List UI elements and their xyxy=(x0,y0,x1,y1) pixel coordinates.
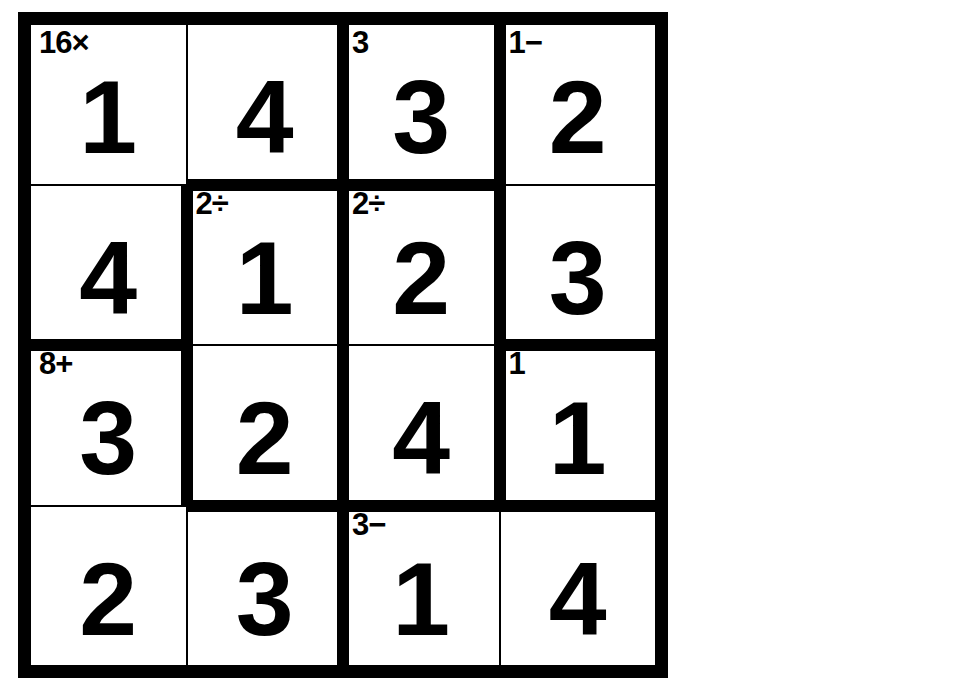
cell-value: 2 xyxy=(549,65,607,169)
cage-clue: 16× xyxy=(39,25,89,61)
cell-value: 1 xyxy=(79,65,137,169)
cell-value: 2 xyxy=(236,386,294,490)
cell-r3c2[interactable]: 3−1 xyxy=(343,506,500,667)
cage-clue: 3 xyxy=(352,25,368,61)
cage-clue: 3− xyxy=(352,507,385,543)
cell-value: 3 xyxy=(236,547,294,651)
cell-r3c1[interactable]: 3 xyxy=(187,506,344,667)
cell-r1c2[interactable]: 2÷2 xyxy=(343,185,500,346)
page: 16×14331−242÷12÷238+32411233−14 xyxy=(0,0,960,686)
cell-r0c0[interactable]: 16×1 xyxy=(30,24,187,185)
cell-r1c3[interactable]: 3 xyxy=(500,185,657,346)
cage-clue: 8+ xyxy=(39,346,72,382)
cell-r3c0[interactable]: 2 xyxy=(30,506,187,667)
cell-r1c0[interactable]: 4 xyxy=(30,185,187,346)
cell-r2c0[interactable]: 8+3 xyxy=(30,345,187,506)
cell-value: 1 xyxy=(549,386,607,490)
cell-value: 4 xyxy=(549,547,607,651)
cell-value: 1 xyxy=(392,547,450,651)
cell-value: 4 xyxy=(392,386,450,490)
cell-value: 3 xyxy=(549,226,607,330)
cell-r0c1[interactable]: 4 xyxy=(187,24,344,185)
cell-r1c1[interactable]: 2÷1 xyxy=(187,185,344,346)
cell-value: 3 xyxy=(392,65,450,169)
cell-r2c3[interactable]: 11 xyxy=(500,345,657,506)
cage-clue: 2÷ xyxy=(352,186,384,222)
kenken-board: 16×14331−242÷12÷238+32411233−14 xyxy=(18,12,668,678)
cell-value: 4 xyxy=(79,226,137,330)
cell-r3c3[interactable]: 4 xyxy=(500,506,657,667)
cell-value: 3 xyxy=(79,386,137,490)
cell-value: 2 xyxy=(79,547,137,651)
cell-r0c2[interactable]: 33 xyxy=(343,24,500,185)
cage-clue: 2÷ xyxy=(196,186,228,222)
cage-clue: 1 xyxy=(509,346,525,382)
cell-r0c3[interactable]: 1−2 xyxy=(500,24,657,185)
cell-value: 2 xyxy=(392,226,450,330)
cell-r2c2[interactable]: 4 xyxy=(343,345,500,506)
cell-value: 4 xyxy=(236,65,294,169)
cell-r2c1[interactable]: 2 xyxy=(187,345,344,506)
cage-clue: 1− xyxy=(509,25,542,61)
cell-value: 1 xyxy=(236,226,294,330)
